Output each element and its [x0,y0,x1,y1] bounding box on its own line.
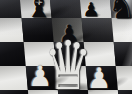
piece-black-bishop[interactable]: ♝ [24,0,54,22]
chess-board-screenshot: ♝♟♞♟♛♟♟ [0,0,132,94]
piece-black-pawn-e6[interactable]: ♟ [82,0,101,19]
piece-black-knight[interactable]: ♞ [107,0,132,23]
piece-white-pawn-e3[interactable]: ♟ [86,64,113,92]
pieces-layer: ♝♟♞♟♛♟♟ [0,0,132,94]
piece-white-pawn-c3[interactable]: ♟ [27,62,54,90]
